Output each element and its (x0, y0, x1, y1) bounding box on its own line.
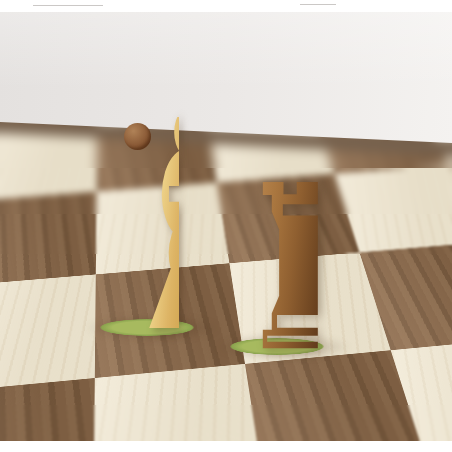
top-edge-artifact (33, 5, 103, 6)
bishop-glyph: ♝ (115, 117, 180, 333)
brown-ball-finial (124, 123, 151, 150)
white-bishop: ♝ (87, 115, 207, 333)
rook-glyph: ♜ (236, 182, 318, 352)
photo-frame: ♝♜ (0, 0, 452, 452)
board-square (0, 274, 96, 392)
photo-area: ♝♜ (0, 12, 452, 441)
top-edge-artifact (300, 4, 336, 5)
depth-blur-front (0, 405, 452, 441)
black-rook: ♜ (217, 180, 337, 352)
